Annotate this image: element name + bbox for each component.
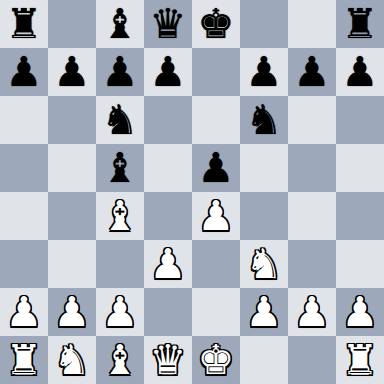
square-f3[interactable]: ♞: [240, 240, 288, 288]
square-f8[interactable]: [240, 0, 288, 48]
square-b1[interactable]: ♞: [48, 336, 96, 384]
square-h3[interactable]: [336, 240, 384, 288]
square-e2[interactable]: [192, 288, 240, 336]
square-h1[interactable]: ♜: [336, 336, 384, 384]
square-e6[interactable]: [192, 96, 240, 144]
black-pawn[interactable]: ♟: [342, 48, 379, 96]
square-a2[interactable]: ♟: [0, 288, 48, 336]
square-c7[interactable]: ♟: [96, 48, 144, 96]
square-a1[interactable]: ♜: [0, 336, 48, 384]
black-knight[interactable]: ♞: [246, 96, 283, 144]
black-bishop[interactable]: ♝: [102, 144, 139, 192]
square-b5[interactable]: [48, 144, 96, 192]
white-rook[interactable]: ♜: [6, 336, 43, 384]
square-h8[interactable]: ♜: [336, 0, 384, 48]
square-b6[interactable]: [48, 96, 96, 144]
square-d1[interactable]: ♛: [144, 336, 192, 384]
square-e1[interactable]: ♚: [192, 336, 240, 384]
square-h6[interactable]: [336, 96, 384, 144]
square-f7[interactable]: ♟: [240, 48, 288, 96]
square-d4[interactable]: [144, 192, 192, 240]
square-g5[interactable]: [288, 144, 336, 192]
white-king[interactable]: ♚: [198, 336, 235, 384]
square-f2[interactable]: ♟: [240, 288, 288, 336]
square-g4[interactable]: [288, 192, 336, 240]
square-h7[interactable]: ♟: [336, 48, 384, 96]
square-c8[interactable]: ♝: [96, 0, 144, 48]
square-d3[interactable]: ♟: [144, 240, 192, 288]
square-c3[interactable]: [96, 240, 144, 288]
square-h4[interactable]: [336, 192, 384, 240]
square-a8[interactable]: ♜: [0, 0, 48, 48]
square-a7[interactable]: ♟: [0, 48, 48, 96]
white-pawn[interactable]: ♟: [150, 240, 187, 288]
square-c4[interactable]: ♝: [96, 192, 144, 240]
white-bishop[interactable]: ♝: [102, 336, 139, 384]
white-knight[interactable]: ♞: [246, 240, 283, 288]
square-f1[interactable]: [240, 336, 288, 384]
square-a5[interactable]: [0, 144, 48, 192]
square-g3[interactable]: [288, 240, 336, 288]
black-queen[interactable]: ♛: [150, 0, 187, 48]
square-b7[interactable]: ♟: [48, 48, 96, 96]
square-b4[interactable]: [48, 192, 96, 240]
square-a3[interactable]: [0, 240, 48, 288]
white-pawn[interactable]: ♟: [102, 288, 139, 336]
square-d5[interactable]: [144, 144, 192, 192]
black-knight[interactable]: ♞: [102, 96, 139, 144]
white-pawn[interactable]: ♟: [294, 288, 331, 336]
black-pawn[interactable]: ♟: [198, 144, 235, 192]
black-pawn[interactable]: ♟: [54, 48, 91, 96]
square-d6[interactable]: [144, 96, 192, 144]
black-pawn[interactable]: ♟: [246, 48, 283, 96]
white-pawn[interactable]: ♟: [6, 288, 43, 336]
square-g7[interactable]: ♟: [288, 48, 336, 96]
black-pawn[interactable]: ♟: [150, 48, 187, 96]
white-pawn[interactable]: ♟: [54, 288, 91, 336]
square-e5[interactable]: ♟: [192, 144, 240, 192]
square-d2[interactable]: [144, 288, 192, 336]
square-e4[interactable]: ♟: [192, 192, 240, 240]
square-g2[interactable]: ♟: [288, 288, 336, 336]
white-pawn[interactable]: ♟: [246, 288, 283, 336]
white-queen[interactable]: ♛: [150, 336, 187, 384]
square-e7[interactable]: [192, 48, 240, 96]
white-pawn[interactable]: ♟: [198, 192, 235, 240]
square-g6[interactable]: [288, 96, 336, 144]
square-a4[interactable]: [0, 192, 48, 240]
square-f5[interactable]: [240, 144, 288, 192]
square-g1[interactable]: [288, 336, 336, 384]
white-rook[interactable]: ♜: [342, 336, 379, 384]
square-e8[interactable]: ♚: [192, 0, 240, 48]
square-b2[interactable]: ♟: [48, 288, 96, 336]
square-g8[interactable]: [288, 0, 336, 48]
chess-board: ♜♝♛♚♜♟♟♟♟♟♟♟♞♞♝♟♝♟♟♞♟♟♟♟♟♟♜♞♝♛♚♜: [0, 0, 384, 384]
black-pawn[interactable]: ♟: [6, 48, 43, 96]
square-h2[interactable]: ♟: [336, 288, 384, 336]
black-rook[interactable]: ♜: [6, 0, 43, 48]
square-c1[interactable]: ♝: [96, 336, 144, 384]
white-knight[interactable]: ♞: [54, 336, 91, 384]
square-d8[interactable]: ♛: [144, 0, 192, 48]
black-rook[interactable]: ♜: [342, 0, 379, 48]
square-d7[interactable]: ♟: [144, 48, 192, 96]
square-a6[interactable]: [0, 96, 48, 144]
black-pawn[interactable]: ♟: [294, 48, 331, 96]
square-c2[interactable]: ♟: [96, 288, 144, 336]
black-bishop[interactable]: ♝: [102, 0, 139, 48]
white-pawn[interactable]: ♟: [342, 288, 379, 336]
square-f6[interactable]: ♞: [240, 96, 288, 144]
square-h5[interactable]: [336, 144, 384, 192]
black-king[interactable]: ♚: [198, 0, 235, 48]
black-pawn[interactable]: ♟: [102, 48, 139, 96]
square-b8[interactable]: [48, 0, 96, 48]
square-b3[interactable]: [48, 240, 96, 288]
white-bishop[interactable]: ♝: [102, 192, 139, 240]
square-f4[interactable]: [240, 192, 288, 240]
square-c6[interactable]: ♞: [96, 96, 144, 144]
square-e3[interactable]: [192, 240, 240, 288]
square-c5[interactable]: ♝: [96, 144, 144, 192]
